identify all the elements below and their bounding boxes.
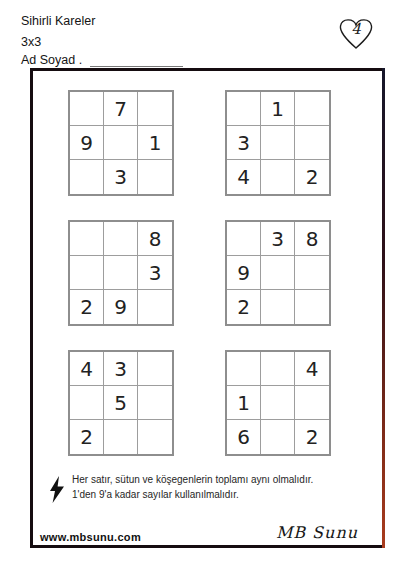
empty-cell[interactable] bbox=[104, 126, 138, 160]
name-row: Ad Soyad . bbox=[21, 53, 183, 67]
empty-cell[interactable] bbox=[70, 222, 104, 256]
empty-cell[interactable] bbox=[261, 160, 295, 194]
empty-cell[interactable] bbox=[138, 92, 172, 126]
given-cell: 2 bbox=[70, 290, 104, 324]
given-cell: 3 bbox=[227, 126, 261, 160]
given-cell: 8 bbox=[295, 222, 329, 256]
empty-cell[interactable] bbox=[104, 222, 138, 256]
given-cell: 2 bbox=[70, 420, 104, 454]
name-blank-line[interactable] bbox=[90, 54, 183, 67]
given-cell: 5 bbox=[104, 386, 138, 420]
empty-cell[interactable] bbox=[295, 126, 329, 160]
given-cell: 7 bbox=[104, 92, 138, 126]
instruction-line-1: Her satır, sütun ve köşegenlerin toplamı… bbox=[72, 473, 313, 488]
empty-cell[interactable] bbox=[227, 352, 261, 386]
given-cell: 2 bbox=[295, 160, 329, 194]
page-edge-shadow bbox=[382, 68, 385, 548]
given-cell: 3 bbox=[138, 256, 172, 290]
given-cell: 4 bbox=[295, 352, 329, 386]
name-label: Ad Soyad . bbox=[21, 53, 82, 67]
given-cell: 4 bbox=[70, 352, 104, 386]
magic-square-1: 7913 bbox=[68, 90, 174, 196]
instructions-block: Her satır, sütun ve köşegenlerin toplamı… bbox=[50, 473, 313, 503]
given-cell: 9 bbox=[227, 256, 261, 290]
empty-cell[interactable] bbox=[261, 420, 295, 454]
instructions-text: Her satır, sütun ve köşegenlerin toplamı… bbox=[72, 473, 313, 502]
given-cell: 2 bbox=[295, 420, 329, 454]
empty-cell[interactable] bbox=[295, 386, 329, 420]
given-cell: 3 bbox=[104, 352, 138, 386]
given-cell: 4 bbox=[227, 160, 261, 194]
empty-cell[interactable] bbox=[70, 256, 104, 290]
page-title: Sihirli Kareler bbox=[21, 14, 95, 28]
given-cell: 9 bbox=[104, 290, 138, 324]
empty-cell[interactable] bbox=[138, 160, 172, 194]
empty-cell[interactable] bbox=[295, 256, 329, 290]
empty-cell[interactable] bbox=[227, 222, 261, 256]
magic-square-4: 3892 bbox=[225, 220, 331, 326]
worksheet-page: Sihirli Kareler 3x3 Ad Soyad . 4 7913134… bbox=[0, 0, 400, 565]
empty-cell[interactable] bbox=[138, 352, 172, 386]
magic-square-5: 4352 bbox=[68, 350, 174, 456]
empty-cell[interactable] bbox=[261, 352, 295, 386]
instruction-line-2: 1'den 9'a kadar sayılar kullanılmalıdır. bbox=[72, 488, 313, 503]
given-cell: 1 bbox=[261, 92, 295, 126]
given-cell: 8 bbox=[138, 222, 172, 256]
empty-cell[interactable] bbox=[138, 386, 172, 420]
given-cell: 1 bbox=[138, 126, 172, 160]
empty-cell[interactable] bbox=[261, 126, 295, 160]
empty-cell[interactable] bbox=[70, 386, 104, 420]
given-cell: 1 bbox=[227, 386, 261, 420]
empty-cell[interactable] bbox=[227, 92, 261, 126]
empty-cell[interactable] bbox=[104, 420, 138, 454]
empty-cell[interactable] bbox=[295, 92, 329, 126]
given-cell: 3 bbox=[261, 222, 295, 256]
empty-cell[interactable] bbox=[295, 290, 329, 324]
heart-badge: 4 bbox=[336, 14, 376, 54]
empty-cell[interactable] bbox=[104, 256, 138, 290]
empty-cell[interactable] bbox=[261, 290, 295, 324]
empty-cell[interactable] bbox=[70, 92, 104, 126]
magic-square-3: 8329 bbox=[68, 220, 174, 326]
badge-number: 4 bbox=[336, 20, 376, 38]
given-cell: 6 bbox=[227, 420, 261, 454]
lightning-bolt-icon bbox=[50, 476, 65, 503]
magic-square-6: 4162 bbox=[225, 350, 331, 456]
empty-cell[interactable] bbox=[138, 290, 172, 324]
given-cell: 2 bbox=[227, 290, 261, 324]
given-cell: 3 bbox=[104, 160, 138, 194]
page-subtitle: 3x3 bbox=[21, 35, 41, 49]
empty-cell[interactable] bbox=[261, 256, 295, 290]
brand-signature: MB Sunu bbox=[276, 523, 358, 542]
empty-cell[interactable] bbox=[70, 160, 104, 194]
given-cell: 9 bbox=[70, 126, 104, 160]
empty-cell[interactable] bbox=[261, 386, 295, 420]
empty-cell[interactable] bbox=[138, 420, 172, 454]
magic-square-2: 1342 bbox=[225, 90, 331, 196]
website-url: www.mbsunu.com bbox=[40, 531, 141, 543]
